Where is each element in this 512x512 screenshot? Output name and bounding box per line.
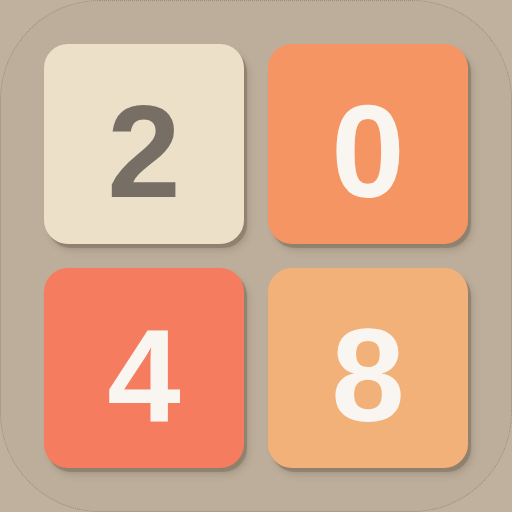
- game-board[interactable]: 2 0 4 8: [0, 0, 512, 512]
- tile-0-value: 0: [331, 86, 404, 218]
- tile-2-value: 2: [107, 86, 180, 218]
- tile-2: 2: [44, 44, 244, 244]
- tile-4-value: 4: [107, 310, 180, 442]
- tile-8-value: 8: [331, 310, 404, 442]
- tile-4: 4: [44, 268, 244, 468]
- tile-0: 0: [268, 44, 468, 244]
- tile-8: 8: [268, 268, 468, 468]
